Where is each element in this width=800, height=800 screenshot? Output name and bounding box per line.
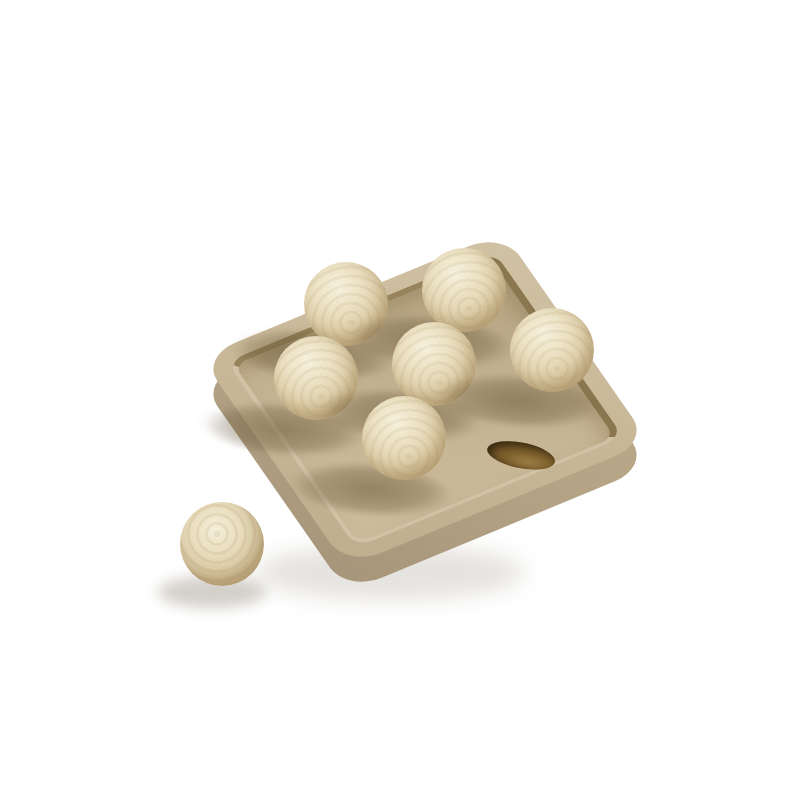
wooden-ball[interactable]: ● xyxy=(422,248,506,332)
cell-r1c2[interactable]: ● xyxy=(449,345,655,419)
scene: ●●●●●● ● xyxy=(0,0,800,800)
wooden-ball[interactable]: ● xyxy=(510,308,594,392)
empty-hole[interactable] xyxy=(474,438,569,472)
loose-wooden-ball[interactable]: ● xyxy=(180,502,264,586)
